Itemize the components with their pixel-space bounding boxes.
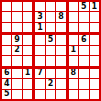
cell-r5c8[interactable] [79, 46, 88, 55]
cell-r7c6[interactable] [56, 69, 65, 78]
cell-r6c6[interactable] [56, 56, 65, 65]
cell-r3c3[interactable] [23, 23, 32, 32]
cell-r4c8-given[interactable]: 6 [79, 35, 88, 44]
cell-r2c4-given[interactable]: 3 [35, 12, 44, 21]
cell-r8c3[interactable] [23, 79, 32, 88]
cell-r9c1-given[interactable]: 5 [2, 90, 11, 99]
cell-r6c1[interactable] [2, 56, 11, 65]
cell-r3c8[interactable] [79, 23, 88, 32]
cell-r4c3[interactable] [23, 35, 32, 44]
cell-r2c5[interactable] [46, 12, 55, 21]
block-2-2: 5 [35, 35, 65, 65]
cell-r1c9-given[interactable]: 1 [90, 2, 99, 11]
cell-r6c9[interactable] [90, 56, 99, 65]
cell-r3c1[interactable] [2, 23, 11, 32]
cell-r4c4[interactable] [35, 35, 44, 44]
cell-r2c7[interactable] [69, 12, 78, 21]
block-1-1 [2, 2, 32, 32]
cell-r4c9[interactable] [90, 35, 99, 44]
cell-r2c9[interactable] [90, 12, 99, 21]
cell-r8c2[interactable] [12, 79, 21, 88]
cell-r2c2[interactable] [12, 12, 21, 21]
cell-r6c5[interactable] [46, 56, 55, 65]
block-3-3: 8 [69, 69, 99, 99]
cell-r5c1[interactable] [2, 46, 11, 55]
cell-r8c8[interactable] [79, 79, 88, 88]
cell-r9c4[interactable] [35, 90, 44, 99]
cell-r4c7[interactable] [69, 35, 78, 44]
cell-r6c4[interactable] [35, 56, 44, 65]
block-1-3: 51 [69, 2, 99, 32]
cell-r4c5-given[interactable]: 5 [46, 35, 55, 44]
cell-r7c5[interactable] [46, 69, 55, 78]
cell-r3c5[interactable] [46, 23, 55, 32]
cell-r3c9[interactable] [90, 23, 99, 32]
cell-r8c5-given[interactable]: 2 [46, 79, 55, 88]
cell-r1c8-given[interactable]: 5 [79, 2, 88, 11]
cell-r9c8[interactable] [79, 90, 88, 99]
cell-r7c3-given[interactable]: 1 [23, 69, 32, 78]
sudoku-board: 38151925616145728 [0, 0, 101, 101]
cell-r8c9[interactable] [90, 79, 99, 88]
cell-r4c1[interactable] [2, 35, 11, 44]
cell-r9c3[interactable] [23, 90, 32, 99]
cell-r3c6[interactable] [56, 23, 65, 32]
cell-r3c4-given[interactable]: 1 [35, 23, 44, 32]
cell-r1c5[interactable] [46, 2, 55, 11]
block-3-2: 72 [35, 69, 65, 99]
cell-r2c6-given[interactable]: 8 [56, 12, 65, 21]
cell-r5c4[interactable] [35, 46, 44, 55]
cell-r2c3[interactable] [23, 12, 32, 21]
cell-r4c2-given[interactable]: 9 [12, 35, 21, 44]
cell-r3c2[interactable] [12, 23, 21, 32]
cell-r5c3[interactable] [23, 46, 32, 55]
cell-r9c6[interactable] [56, 90, 65, 99]
cell-r5c2-given[interactable]: 2 [12, 46, 21, 55]
cell-r4c6[interactable] [56, 35, 65, 44]
cell-r7c8[interactable] [79, 69, 88, 78]
cell-r7c9[interactable] [90, 69, 99, 78]
cell-r8c1-given[interactable]: 4 [2, 79, 11, 88]
cell-r7c1-given[interactable]: 6 [2, 69, 11, 78]
cell-r1c2[interactable] [12, 2, 21, 11]
cell-r1c6[interactable] [56, 2, 65, 11]
cell-r6c7[interactable] [69, 56, 78, 65]
cell-r1c1[interactable] [2, 2, 11, 11]
cell-r5c7-given[interactable]: 1 [69, 46, 78, 55]
cell-r6c3[interactable] [23, 56, 32, 65]
cell-r7c4-given[interactable]: 7 [35, 69, 44, 78]
cell-r6c2[interactable] [12, 56, 21, 65]
cell-r2c1[interactable] [2, 12, 11, 21]
cell-r7c2[interactable] [12, 69, 21, 78]
cell-r9c2[interactable] [12, 90, 21, 99]
cell-r7c7-given[interactable]: 8 [69, 69, 78, 78]
cell-r2c8[interactable] [79, 12, 88, 21]
cell-r8c7[interactable] [69, 79, 78, 88]
cell-r8c4[interactable] [35, 79, 44, 88]
cell-r5c6[interactable] [56, 46, 65, 55]
cell-r6c8[interactable] [79, 56, 88, 65]
cell-r1c7[interactable] [69, 2, 78, 11]
cell-r3c7[interactable] [69, 23, 78, 32]
cell-r8c6[interactable] [56, 79, 65, 88]
cell-r9c9[interactable] [90, 90, 99, 99]
cell-r1c4[interactable] [35, 2, 44, 11]
cell-r5c9[interactable] [90, 46, 99, 55]
block-2-3: 61 [69, 35, 99, 65]
cell-r9c7[interactable] [69, 90, 78, 99]
block-3-1: 6145 [2, 69, 32, 99]
block-1-2: 381 [35, 2, 65, 32]
block-2-1: 92 [2, 35, 32, 65]
cell-r1c3[interactable] [23, 2, 32, 11]
cell-r9c5[interactable] [46, 90, 55, 99]
cell-r5c5[interactable] [46, 46, 55, 55]
